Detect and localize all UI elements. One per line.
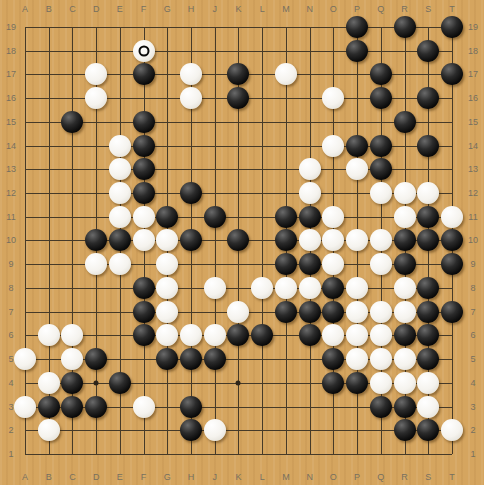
stone-Q6[interactable]: [370, 324, 392, 346]
stone-O14[interactable]: [322, 135, 344, 157]
column-label: A: [22, 5, 28, 14]
stone-F14[interactable]: [133, 135, 155, 157]
row-label: 3: [470, 402, 475, 411]
last-move-marker: [138, 45, 149, 56]
stone-N10[interactable]: [299, 229, 321, 251]
stone-F15[interactable]: [133, 111, 155, 133]
column-label: F: [141, 473, 147, 482]
stone-P19[interactable]: [346, 16, 368, 38]
column-label: P: [354, 5, 360, 14]
stone-E4[interactable]: [109, 372, 131, 394]
row-label: 15: [6, 117, 16, 126]
stone-T2[interactable]: [441, 419, 463, 441]
stone-Q16[interactable]: [370, 87, 392, 109]
stone-E10[interactable]: [109, 229, 131, 251]
column-label: R: [401, 473, 408, 482]
stone-G11[interactable]: [156, 206, 178, 228]
stone-C6[interactable]: [61, 324, 83, 346]
column-label: B: [46, 473, 52, 482]
row-label: 10: [468, 236, 478, 245]
stone-Q12[interactable]: [370, 182, 392, 204]
stone-S4[interactable]: [417, 372, 439, 394]
stone-S8[interactable]: [417, 277, 439, 299]
stone-S10[interactable]: [417, 229, 439, 251]
row-label: 8: [8, 283, 13, 292]
stone-N9[interactable]: [299, 253, 321, 275]
row-label: 14: [6, 141, 16, 150]
stone-R10[interactable]: [394, 229, 416, 251]
stone-T7[interactable]: [441, 301, 463, 323]
row-label: 4: [8, 378, 13, 387]
stone-P4[interactable]: [346, 372, 368, 394]
stone-N6[interactable]: [299, 324, 321, 346]
row-label: 17: [6, 70, 16, 79]
column-label: J: [213, 5, 218, 14]
stone-S5[interactable]: [417, 348, 439, 370]
column-label: O: [330, 5, 337, 14]
stone-K10[interactable]: [227, 229, 249, 251]
column-label: K: [235, 473, 241, 482]
row-label: 18: [6, 46, 16, 55]
stone-E11[interactable]: [109, 206, 131, 228]
stone-B3[interactable]: [38, 396, 60, 418]
stone-R6[interactable]: [394, 324, 416, 346]
stone-A5[interactable]: [14, 348, 36, 370]
stone-D16[interactable]: [85, 87, 107, 109]
row-label: 6: [470, 331, 475, 340]
row-label: 1: [470, 449, 475, 458]
stone-B6[interactable]: [38, 324, 60, 346]
stone-G9[interactable]: [156, 253, 178, 275]
row-label: 2: [470, 426, 475, 435]
column-label: L: [260, 5, 265, 14]
row-label: 12: [468, 189, 478, 198]
column-label: L: [260, 473, 265, 482]
stone-C15[interactable]: [61, 111, 83, 133]
stone-F11[interactable]: [133, 206, 155, 228]
stone-P5[interactable]: [346, 348, 368, 370]
column-label: A: [22, 473, 28, 482]
row-label: 17: [468, 70, 478, 79]
row-label: 7: [8, 307, 13, 316]
row-label: 2: [8, 426, 13, 435]
row-label: 18: [468, 46, 478, 55]
stone-E13[interactable]: [109, 158, 131, 180]
stone-F8[interactable]: [133, 277, 155, 299]
stone-J11[interactable]: [204, 206, 226, 228]
stone-N8[interactable]: [299, 277, 321, 299]
stone-G5[interactable]: [156, 348, 178, 370]
stone-L8[interactable]: [251, 277, 273, 299]
stone-D9[interactable]: [85, 253, 107, 275]
column-label: F: [141, 5, 147, 14]
column-label: M: [282, 473, 290, 482]
stone-N13[interactable]: [299, 158, 321, 180]
column-label: T: [449, 5, 455, 14]
stone-R2[interactable]: [394, 419, 416, 441]
column-label: R: [401, 5, 408, 14]
stone-F17[interactable]: [133, 63, 155, 85]
stone-D17[interactable]: [85, 63, 107, 85]
stone-Q5[interactable]: [370, 348, 392, 370]
column-label: N: [306, 5, 313, 14]
stone-H16[interactable]: [180, 87, 202, 109]
column-label: B: [46, 5, 52, 14]
go-board: AA1919BB1818CC1717DD1616EE1515FF1414GG13…: [0, 0, 484, 485]
stone-E14[interactable]: [109, 135, 131, 157]
stone-N11[interactable]: [299, 206, 321, 228]
column-label: G: [164, 5, 171, 14]
stone-F6[interactable]: [133, 324, 155, 346]
stone-O6[interactable]: [322, 324, 344, 346]
row-label: 13: [6, 165, 16, 174]
row-label: 5: [8, 355, 13, 364]
column-label: T: [449, 473, 455, 482]
column-label: Q: [377, 5, 384, 14]
stone-S16[interactable]: [417, 87, 439, 109]
stone-M9[interactable]: [275, 253, 297, 275]
stone-C5[interactable]: [61, 348, 83, 370]
column-label: O: [330, 473, 337, 482]
stone-J8[interactable]: [204, 277, 226, 299]
stone-Q4[interactable]: [370, 372, 392, 394]
row-label: 14: [468, 141, 478, 150]
stone-B4[interactable]: [38, 372, 60, 394]
stone-S12[interactable]: [417, 182, 439, 204]
stone-T11[interactable]: [441, 206, 463, 228]
row-label: 11: [468, 212, 477, 221]
row-label: 16: [6, 94, 16, 103]
column-label: H: [188, 5, 195, 14]
row-label: 4: [470, 378, 475, 387]
stone-P6[interactable]: [346, 324, 368, 346]
stone-P14[interactable]: [346, 135, 368, 157]
column-label: D: [93, 5, 100, 14]
stone-G6[interactable]: [156, 324, 178, 346]
row-label: 11: [6, 212, 15, 221]
column-label: P: [354, 473, 360, 482]
stone-P7[interactable]: [346, 301, 368, 323]
stone-D3[interactable]: [85, 396, 107, 418]
column-label: S: [425, 473, 431, 482]
stone-Q17[interactable]: [370, 63, 392, 85]
stone-F13[interactable]: [133, 158, 155, 180]
stone-K6[interactable]: [227, 324, 249, 346]
column-label: K: [235, 5, 241, 14]
column-label: J: [213, 473, 218, 482]
stone-K16[interactable]: [227, 87, 249, 109]
column-label: D: [93, 473, 100, 482]
row-label: 15: [468, 117, 478, 126]
stone-O11[interactable]: [322, 206, 344, 228]
row-label: 9: [470, 260, 475, 269]
stone-O9[interactable]: [322, 253, 344, 275]
stone-N12[interactable]: [299, 182, 321, 204]
stone-Q13[interactable]: [370, 158, 392, 180]
stone-R19[interactable]: [394, 16, 416, 38]
stone-F18[interactable]: [133, 40, 155, 62]
stone-R8[interactable]: [394, 277, 416, 299]
stone-Q14[interactable]: [370, 135, 392, 157]
column-label: C: [69, 5, 76, 14]
stone-M11[interactable]: [275, 206, 297, 228]
stone-T9[interactable]: [441, 253, 463, 275]
grid-line: [262, 27, 263, 454]
stone-K17[interactable]: [227, 63, 249, 85]
stone-J5[interactable]: [204, 348, 226, 370]
stone-M17[interactable]: [275, 63, 297, 85]
stone-E12[interactable]: [109, 182, 131, 204]
stone-P10[interactable]: [346, 229, 368, 251]
stone-F7[interactable]: [133, 301, 155, 323]
stone-O10[interactable]: [322, 229, 344, 251]
stone-S7[interactable]: [417, 301, 439, 323]
column-label: Q: [377, 473, 384, 482]
column-label: S: [425, 5, 431, 14]
stone-S3[interactable]: [417, 396, 439, 418]
stone-S2[interactable]: [417, 419, 439, 441]
stone-A3[interactable]: [14, 396, 36, 418]
stone-R5[interactable]: [394, 348, 416, 370]
stone-R7[interactable]: [394, 301, 416, 323]
stone-O5[interactable]: [322, 348, 344, 370]
grid-line: [25, 430, 452, 431]
stone-Q9[interactable]: [370, 253, 392, 275]
stone-O16[interactable]: [322, 87, 344, 109]
stone-M10[interactable]: [275, 229, 297, 251]
column-label: E: [117, 5, 123, 14]
row-label: 19: [468, 23, 478, 32]
stone-T19[interactable]: [441, 16, 463, 38]
stone-P13[interactable]: [346, 158, 368, 180]
stone-J2[interactable]: [204, 419, 226, 441]
stone-M7[interactable]: [275, 301, 297, 323]
column-label: N: [306, 473, 313, 482]
stone-S6[interactable]: [417, 324, 439, 346]
stone-C3[interactable]: [61, 396, 83, 418]
stone-H3[interactable]: [180, 396, 202, 418]
stone-D5[interactable]: [85, 348, 107, 370]
stone-J6[interactable]: [204, 324, 226, 346]
grid-line: [25, 454, 452, 455]
stone-C4[interactable]: [61, 372, 83, 394]
column-label: M: [282, 5, 290, 14]
star-point: [236, 380, 241, 385]
stone-H6[interactable]: [180, 324, 202, 346]
stone-M8[interactable]: [275, 277, 297, 299]
stone-G7[interactable]: [156, 301, 178, 323]
stone-P18[interactable]: [346, 40, 368, 62]
stone-L6[interactable]: [251, 324, 273, 346]
stone-R15[interactable]: [394, 111, 416, 133]
column-label: E: [117, 473, 123, 482]
stone-G8[interactable]: [156, 277, 178, 299]
stone-F10[interactable]: [133, 229, 155, 251]
row-label: 10: [6, 236, 16, 245]
stone-Q10[interactable]: [370, 229, 392, 251]
stone-H17[interactable]: [180, 63, 202, 85]
column-label: C: [69, 473, 76, 482]
stone-H5[interactable]: [180, 348, 202, 370]
stone-T10[interactable]: [441, 229, 463, 251]
row-label: 12: [6, 189, 16, 198]
stone-R3[interactable]: [394, 396, 416, 418]
column-label: G: [164, 473, 171, 482]
row-label: 19: [6, 23, 16, 32]
stone-K7[interactable]: [227, 301, 249, 323]
row-label: 6: [8, 331, 13, 340]
stone-E9[interactable]: [109, 253, 131, 275]
stone-H2[interactable]: [180, 419, 202, 441]
star-point: [94, 380, 99, 385]
stone-H10[interactable]: [180, 229, 202, 251]
stone-B2[interactable]: [38, 419, 60, 441]
stone-G10[interactable]: [156, 229, 178, 251]
stone-O4[interactable]: [322, 372, 344, 394]
stone-R9[interactable]: [394, 253, 416, 275]
stone-S18[interactable]: [417, 40, 439, 62]
row-label: 1: [8, 449, 13, 458]
stone-S11[interactable]: [417, 206, 439, 228]
grid-line: [25, 288, 452, 289]
row-label: 9: [8, 260, 13, 269]
stone-R12[interactable]: [394, 182, 416, 204]
stone-R11[interactable]: [394, 206, 416, 228]
stone-H12[interactable]: [180, 182, 202, 204]
row-label: 13: [468, 165, 478, 174]
stone-S14[interactable]: [417, 135, 439, 157]
stone-Q7[interactable]: [370, 301, 392, 323]
stone-T17[interactable]: [441, 63, 463, 85]
row-label: 3: [8, 402, 13, 411]
stone-F3[interactable]: [133, 396, 155, 418]
column-label: H: [188, 473, 195, 482]
stone-N7[interactable]: [299, 301, 321, 323]
stone-R4[interactable]: [394, 372, 416, 394]
stone-O8[interactable]: [322, 277, 344, 299]
stone-F12[interactable]: [133, 182, 155, 204]
row-label: 8: [470, 283, 475, 292]
stone-P8[interactable]: [346, 277, 368, 299]
stone-D10[interactable]: [85, 229, 107, 251]
stone-Q3[interactable]: [370, 396, 392, 418]
row-label: 16: [468, 94, 478, 103]
stone-O7[interactable]: [322, 301, 344, 323]
row-label: 7: [470, 307, 475, 316]
row-label: 5: [470, 355, 475, 364]
